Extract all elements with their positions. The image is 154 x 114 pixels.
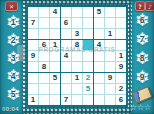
sudoku-cell-r6c8[interactable]: [105, 62, 115, 72]
sudoku-cell-r4c7[interactable]: 4: [94, 40, 104, 50]
sudoku-cell-r6c9[interactable]: 9: [116, 62, 126, 72]
sudoku-cell-r8c1[interactable]: [28, 84, 38, 94]
number-button-5[interactable]: ❄5: [3, 85, 23, 103]
number-button-6[interactable]: ❄6: [132, 11, 152, 29]
sudoku-cell-r5c7[interactable]: [94, 51, 104, 61]
sudoku-cell-r6c2[interactable]: 8: [39, 62, 49, 72]
sudoku-cell-r1c6[interactable]: [83, 7, 93, 17]
sudoku-cell-r8c2[interactable]: [39, 84, 49, 94]
sudoku-cell-r3c1[interactable]: [28, 29, 38, 39]
sudoku-cell-r8c4[interactable]: [61, 84, 71, 94]
sudoku-cell-r1c3[interactable]: 4: [50, 7, 60, 17]
sudoku-cell-r1c8[interactable]: [105, 7, 115, 17]
box-divider-horizontal-1: [28, 39, 126, 40]
sudoku-cell-r8c9[interactable]: 2: [116, 84, 126, 94]
sudoku-cell-r1c5[interactable]: [72, 7, 82, 17]
number-button-2[interactable]: ❄2: [3, 31, 23, 49]
sudoku-cell-r2c4[interactable]: 6: [61, 18, 71, 28]
sudoku-cell-r8c3[interactable]: [50, 84, 60, 94]
sudoku-cell-r8c6[interactable]: 5: [83, 84, 93, 94]
sudoku-cell-r9c6[interactable]: [83, 95, 93, 105]
sudoku-cell-r6c4[interactable]: [61, 62, 71, 72]
sudoku-cell-r3c4[interactable]: [61, 29, 71, 39]
sudoku-cell-r4c4[interactable]: [61, 40, 71, 50]
sudoku-cell-r9c3[interactable]: [50, 95, 60, 105]
sudoku-cell-r3c6[interactable]: [83, 29, 93, 39]
number-button-label: 4: [11, 71, 16, 81]
timer-display: 00:04: [2, 106, 19, 112]
number-button-label: 6: [140, 15, 145, 25]
sudoku-cell-r6c5[interactable]: [72, 62, 82, 72]
sudoku-cell-r3c7[interactable]: [94, 29, 104, 39]
sudoku-cell-r5c5[interactable]: [72, 51, 82, 61]
sudoku-cell-r2c5[interactable]: [72, 18, 82, 28]
sudoku-cell-r5c4[interactable]: 4: [61, 51, 71, 61]
sudoku-cell-r7c2[interactable]: [39, 73, 49, 83]
sudoku-cell-r7c1[interactable]: [28, 73, 38, 83]
box-divider-horizontal-2: [28, 72, 126, 73]
sudoku-cell-r9c7[interactable]: [94, 95, 104, 105]
sudoku-cell-r9c4[interactable]: 7: [61, 95, 71, 105]
sudoku-cell-r8c8[interactable]: [105, 84, 115, 94]
sudoku-cell-r2c6[interactable]: [83, 18, 93, 28]
sudoku-cell-r4c1[interactable]: [28, 40, 38, 50]
sudoku-cell-r6c1[interactable]: [28, 62, 38, 72]
sudoku-cell-r7c9[interactable]: [116, 73, 126, 83]
sudoku-cell-r2c2[interactable]: [39, 18, 49, 28]
sudoku-cell-r6c3[interactable]: [50, 62, 60, 72]
sudoku-cell-r6c7[interactable]: [94, 62, 104, 72]
sudoku-cell-r4c6[interactable]: [83, 40, 93, 50]
sudoku-cell-r9c1[interactable]: 1: [28, 95, 38, 105]
number-button-label: 2: [11, 35, 16, 45]
sudoku-cell-r9c2[interactable]: [39, 95, 49, 105]
sudoku-cell-r3c9[interactable]: [116, 29, 126, 39]
number-button-label: 3: [11, 53, 16, 63]
sudoku-cell-r8c7[interactable]: [94, 84, 104, 94]
number-button-label: 9: [140, 72, 145, 82]
number-button-label: 8: [140, 53, 145, 63]
sudoku-cell-r4c9[interactable]: [116, 40, 126, 50]
number-button-label: 1: [11, 17, 16, 27]
sudoku-cell-r2c1[interactable]: 7: [28, 18, 38, 28]
box-divider-vertical-1: [60, 7, 61, 105]
number-button-1[interactable]: ❄1: [3, 13, 23, 31]
sound-button[interactable]: ♪: [145, 1, 154, 11]
sudoku-cell-r9c5[interactable]: [72, 95, 82, 105]
sudoku-cell-r5c6[interactable]: [83, 51, 93, 61]
sudoku-cell-r2c8[interactable]: [105, 18, 115, 28]
sudoku-cell-r7c5[interactable]: 1: [72, 73, 82, 83]
number-button-3[interactable]: ❄3: [3, 49, 23, 67]
help-button[interactable]: ?: [135, 1, 145, 11]
close-button[interactable]: ✕: [5, 1, 18, 11]
sudoku-cell-r5c8[interactable]: [105, 51, 115, 61]
sudoku-cell-r5c3[interactable]: [50, 51, 60, 61]
number-button-label: 5: [11, 89, 16, 99]
number-button-9[interactable]: ❄9: [132, 68, 152, 86]
sudoku-cell-r2c3[interactable]: [50, 18, 60, 28]
box-divider-vertical-2: [93, 7, 94, 105]
sudoku-cell-r2c9[interactable]: [116, 18, 126, 28]
number-button-label: 7: [140, 34, 145, 44]
sudoku-cell-r4c5[interactable]: 8: [72, 40, 82, 50]
sudoku-cell-r4c8[interactable]: [105, 40, 115, 50]
sudoku-cell-r1c2[interactable]: [39, 7, 49, 17]
sudoku-cell-r7c3[interactable]: 5: [50, 73, 60, 83]
sudoku-cell-r5c1[interactable]: 9: [28, 51, 38, 61]
sudoku-board: 457631618494189512952176: [26, 5, 128, 107]
sudoku-cell-r1c7[interactable]: 5: [94, 7, 104, 17]
sudoku-cell-r7c7[interactable]: [94, 73, 104, 83]
sudoku-cell-r6c6[interactable]: [83, 62, 93, 72]
sudoku-cell-r3c3[interactable]: [50, 29, 60, 39]
number-button-4[interactable]: ❄4: [3, 67, 23, 85]
sudoku-cell-r1c9[interactable]: [116, 7, 126, 17]
sudoku-cell-r1c1[interactable]: [28, 7, 38, 17]
sudoku-cell-r1c4[interactable]: [61, 7, 71, 17]
sudoku-cell-r4c3[interactable]: 1: [50, 40, 60, 50]
sudoku-cell-r3c2[interactable]: [39, 29, 49, 39]
number-button-7[interactable]: ❄7: [132, 30, 152, 48]
number-button-8[interactable]: ❄8: [132, 49, 152, 67]
score-stars: ☆☆☆: [128, 103, 153, 112]
sudoku-cell-r7c4[interactable]: [61, 73, 71, 83]
sudoku-cell-r9c8[interactable]: [105, 95, 115, 105]
sudoku-cell-r7c8[interactable]: 9: [105, 73, 115, 83]
sudoku-cell-r4c2[interactable]: 6: [39, 40, 49, 50]
sudoku-cell-r9c9[interactable]: 6: [116, 95, 126, 105]
eraser-button[interactable]: [131, 86, 152, 104]
sudoku-cell-r3c8[interactable]: 1: [105, 29, 115, 39]
sudoku-cell-r7c6[interactable]: 2: [83, 73, 93, 83]
sudoku-cell-r5c2[interactable]: [39, 51, 49, 61]
sudoku-cell-r2c7[interactable]: [94, 18, 104, 28]
sudoku-cell-r5c9[interactable]: 1: [116, 51, 126, 61]
sudoku-cell-r3c5[interactable]: 3: [72, 29, 82, 39]
sudoku-cell-r8c5[interactable]: [72, 84, 82, 94]
